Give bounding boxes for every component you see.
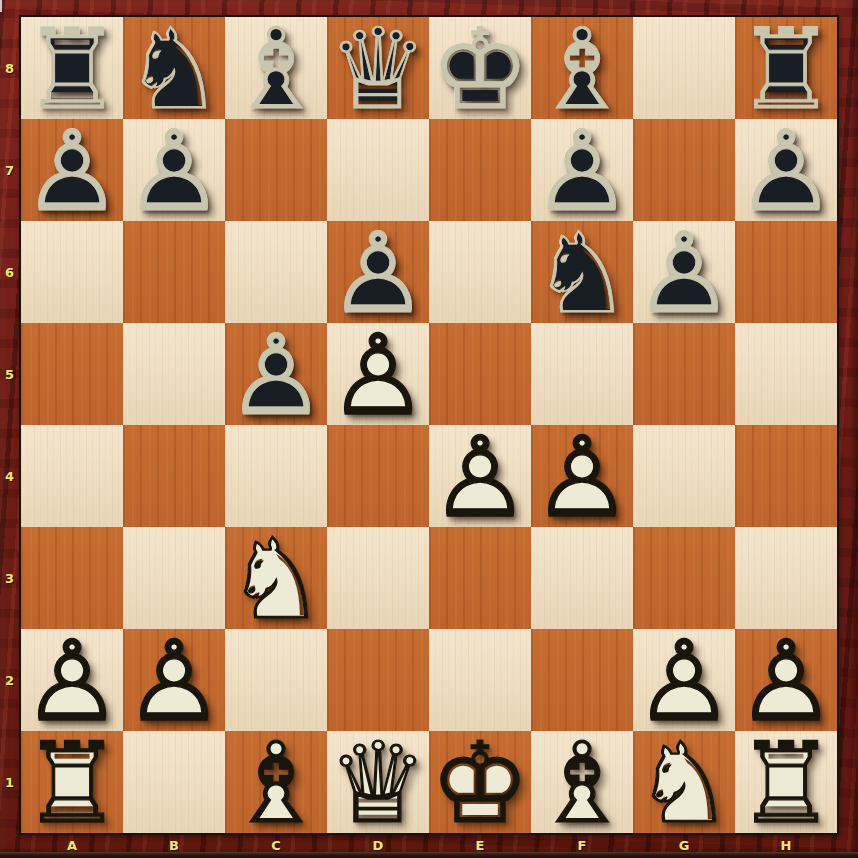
rank-label-8: 8 bbox=[5, 61, 14, 76]
piece-white-bishop[interactable]: ♝♗ bbox=[531, 731, 633, 833]
piece-outline-glyph: ♖ bbox=[21, 18, 123, 120]
piece-outline-glyph: ♘ bbox=[633, 732, 735, 834]
square-f1[interactable]: ♝♗ bbox=[531, 731, 633, 833]
square-c4[interactable] bbox=[225, 425, 327, 527]
square-c7[interactable] bbox=[225, 119, 327, 221]
file-label-f: F bbox=[578, 838, 587, 853]
piece-outline-glyph: ♙ bbox=[21, 630, 123, 732]
piece-white-pawn[interactable]: ♟♙ bbox=[429, 425, 531, 527]
square-g5[interactable] bbox=[633, 323, 735, 425]
piece-outline-glyph: ♕ bbox=[327, 732, 429, 834]
piece-black-pawn[interactable]: ♟♙ bbox=[531, 119, 633, 221]
board-grid: ♜♖♞♘♝♗♛♕♚♔♝♗♜♖♟♙♟♙♟♙♟♙♟♙♞♘♟♙♟♙♟♙♟♙♟♙♞♘♟♙… bbox=[19, 15, 839, 835]
piece-outline-glyph: ♙ bbox=[327, 222, 429, 324]
rank-label-4: 4 bbox=[5, 469, 14, 484]
square-h6[interactable] bbox=[735, 221, 837, 323]
square-b7[interactable]: ♟♙ bbox=[123, 119, 225, 221]
piece-outline-glyph: ♙ bbox=[633, 630, 735, 732]
square-g6[interactable]: ♟♙ bbox=[633, 221, 735, 323]
rank-label-slot: 7 bbox=[0, 119, 19, 221]
square-d2[interactable] bbox=[327, 629, 429, 731]
square-g2[interactable]: ♟♙ bbox=[633, 629, 735, 731]
piece-outline-glyph: ♖ bbox=[21, 732, 123, 834]
square-f3[interactable] bbox=[531, 527, 633, 629]
rank-label-6: 6 bbox=[5, 265, 14, 280]
piece-outline-glyph: ♘ bbox=[225, 528, 327, 630]
piece-white-queen[interactable]: ♛♕ bbox=[327, 731, 429, 833]
file-label-slot: G bbox=[633, 838, 735, 853]
square-h3[interactable] bbox=[735, 527, 837, 629]
square-h1[interactable]: ♜♖ bbox=[735, 731, 837, 833]
piece-black-knight[interactable]: ♞♘ bbox=[531, 221, 633, 323]
frame-bottom-strip bbox=[0, 852, 858, 858]
file-label-slot: E bbox=[429, 838, 531, 853]
piece-outline-glyph: ♖ bbox=[735, 732, 837, 834]
file-label-slot: B bbox=[123, 838, 225, 853]
file-label-slot: D bbox=[327, 838, 429, 853]
square-a8[interactable]: ♜♖ bbox=[21, 17, 123, 119]
piece-outline-glyph: ♙ bbox=[327, 324, 429, 426]
square-c8[interactable]: ♝♗ bbox=[225, 17, 327, 119]
file-label-h: H bbox=[781, 838, 792, 853]
piece-outline-glyph: ♖ bbox=[735, 18, 837, 120]
piece-white-rook[interactable]: ♜♖ bbox=[735, 731, 837, 833]
rank-label-slot: 2 bbox=[0, 629, 19, 731]
square-e1[interactable]: ♚♔ bbox=[429, 731, 531, 833]
square-h4[interactable] bbox=[735, 425, 837, 527]
piece-outline-glyph: ♙ bbox=[531, 120, 633, 222]
file-label-a: A bbox=[67, 838, 77, 853]
piece-outline-glyph: ♗ bbox=[531, 18, 633, 120]
file-label-g: G bbox=[679, 838, 690, 853]
piece-outline-glyph: ♗ bbox=[531, 732, 633, 834]
square-d8[interactable]: ♛♕ bbox=[327, 17, 429, 119]
file-label-d: D bbox=[373, 838, 384, 853]
screen-edge-artifact bbox=[0, 0, 2, 12]
square-d5[interactable]: ♟♙ bbox=[327, 323, 429, 425]
rank-label-slot: 3 bbox=[0, 527, 19, 629]
piece-white-pawn[interactable]: ♟♙ bbox=[21, 629, 123, 731]
piece-white-pawn[interactable]: ♟♙ bbox=[735, 629, 837, 731]
square-b2[interactable]: ♟♙ bbox=[123, 629, 225, 731]
piece-outline-glyph: ♙ bbox=[633, 222, 735, 324]
file-label-slot: A bbox=[21, 838, 123, 853]
square-d6[interactable]: ♟♙ bbox=[327, 221, 429, 323]
piece-black-queen[interactable]: ♛♕ bbox=[327, 17, 429, 119]
piece-black-pawn[interactable]: ♟♙ bbox=[225, 323, 327, 425]
piece-white-pawn[interactable]: ♟♙ bbox=[633, 629, 735, 731]
square-g1[interactable]: ♞♘ bbox=[633, 731, 735, 833]
piece-black-pawn[interactable]: ♟♙ bbox=[633, 221, 735, 323]
square-f4[interactable]: ♟♙ bbox=[531, 425, 633, 527]
piece-outline-glyph: ♔ bbox=[429, 732, 531, 834]
square-e4[interactable]: ♟♙ bbox=[429, 425, 531, 527]
rank-label-slot: 6 bbox=[0, 221, 19, 323]
square-g4[interactable] bbox=[633, 425, 735, 527]
square-d3[interactable] bbox=[327, 527, 429, 629]
square-e3[interactable] bbox=[429, 527, 531, 629]
piece-outline-glyph: ♙ bbox=[531, 426, 633, 528]
square-c2[interactable] bbox=[225, 629, 327, 731]
rank-label-7: 7 bbox=[5, 163, 14, 178]
rank-label-3: 3 bbox=[5, 571, 14, 586]
file-label-c: C bbox=[271, 838, 281, 853]
file-label-slot: H bbox=[735, 838, 837, 853]
square-a4[interactable] bbox=[21, 425, 123, 527]
square-e7[interactable] bbox=[429, 119, 531, 221]
square-e6[interactable] bbox=[429, 221, 531, 323]
square-h8[interactable]: ♜♖ bbox=[735, 17, 837, 119]
piece-outline-glyph: ♘ bbox=[531, 222, 633, 324]
square-c3[interactable]: ♞♘ bbox=[225, 527, 327, 629]
square-h5[interactable] bbox=[735, 323, 837, 425]
piece-black-rook[interactable]: ♜♖ bbox=[21, 17, 123, 119]
piece-black-bishop[interactable]: ♝♗ bbox=[531, 17, 633, 119]
square-b4[interactable] bbox=[123, 425, 225, 527]
piece-outline-glyph: ♗ bbox=[225, 18, 327, 120]
piece-black-knight[interactable]: ♞♘ bbox=[123, 17, 225, 119]
square-h7[interactable]: ♟♙ bbox=[735, 119, 837, 221]
piece-outline-glyph: ♘ bbox=[123, 18, 225, 120]
piece-outline-glyph: ♙ bbox=[225, 324, 327, 426]
piece-black-king[interactable]: ♚♔ bbox=[429, 17, 531, 119]
square-a6[interactable] bbox=[21, 221, 123, 323]
square-b6[interactable] bbox=[123, 221, 225, 323]
square-a7[interactable]: ♟♙ bbox=[21, 119, 123, 221]
piece-white-king[interactable]: ♚♔ bbox=[429, 731, 531, 833]
piece-black-pawn[interactable]: ♟♙ bbox=[21, 119, 123, 221]
piece-outline-glyph: ♔ bbox=[429, 18, 531, 120]
square-f8[interactable]: ♝♗ bbox=[531, 17, 633, 119]
square-b1[interactable] bbox=[123, 731, 225, 833]
square-a5[interactable] bbox=[21, 323, 123, 425]
rank-label-5: 5 bbox=[5, 367, 14, 382]
square-g8[interactable] bbox=[633, 17, 735, 119]
chess-app-window: 87654321 ♜♖♞♘♝♗♛♕♚♔♝♗♜♖♟♙♟♙♟♙♟♙♟♙♞♘♟♙♟♙♟… bbox=[0, 0, 858, 858]
rank-labels: 87654321 bbox=[0, 17, 19, 833]
square-c6[interactable] bbox=[225, 221, 327, 323]
piece-outline-glyph: ♙ bbox=[123, 630, 225, 732]
square-a2[interactable]: ♟♙ bbox=[21, 629, 123, 731]
piece-white-knight[interactable]: ♞♘ bbox=[633, 731, 735, 833]
file-label-slot: C bbox=[225, 838, 327, 853]
piece-black-pawn[interactable]: ♟♙ bbox=[735, 119, 837, 221]
piece-white-pawn[interactable]: ♟♙ bbox=[531, 425, 633, 527]
square-c1[interactable]: ♝♗ bbox=[225, 731, 327, 833]
square-e8[interactable]: ♚♔ bbox=[429, 17, 531, 119]
rank-label-slot: 4 bbox=[0, 425, 19, 527]
file-labels: ABCDEFGH bbox=[21, 838, 837, 853]
rank-label-1: 1 bbox=[5, 775, 14, 790]
square-a3[interactable] bbox=[21, 527, 123, 629]
piece-black-pawn[interactable]: ♟♙ bbox=[327, 221, 429, 323]
square-b3[interactable] bbox=[123, 527, 225, 629]
piece-outline-glyph: ♙ bbox=[735, 120, 837, 222]
square-g7[interactable] bbox=[633, 119, 735, 221]
piece-white-pawn[interactable]: ♟♙ bbox=[123, 629, 225, 731]
square-e5[interactable] bbox=[429, 323, 531, 425]
square-c5[interactable]: ♟♙ bbox=[225, 323, 327, 425]
file-label-e: E bbox=[476, 838, 485, 853]
piece-outline-glyph: ♕ bbox=[327, 18, 429, 120]
square-d1[interactable]: ♛♕ bbox=[327, 731, 429, 833]
piece-outline-glyph: ♙ bbox=[735, 630, 837, 732]
square-f2[interactable] bbox=[531, 629, 633, 731]
piece-black-pawn[interactable]: ♟♙ bbox=[123, 119, 225, 221]
rank-label-slot: 5 bbox=[0, 323, 19, 425]
square-d7[interactable] bbox=[327, 119, 429, 221]
square-f7[interactable]: ♟♙ bbox=[531, 119, 633, 221]
piece-outline-glyph: ♗ bbox=[225, 732, 327, 834]
piece-outline-glyph: ♙ bbox=[123, 120, 225, 222]
square-f6[interactable]: ♞♘ bbox=[531, 221, 633, 323]
square-b8[interactable]: ♞♘ bbox=[123, 17, 225, 119]
square-d4[interactable] bbox=[327, 425, 429, 527]
piece-outline-glyph: ♙ bbox=[21, 120, 123, 222]
square-g3[interactable] bbox=[633, 527, 735, 629]
file-label-b: B bbox=[169, 838, 179, 853]
rank-label-slot: 8 bbox=[0, 17, 19, 119]
rank-label-slot: 1 bbox=[0, 731, 19, 833]
square-b5[interactable] bbox=[123, 323, 225, 425]
piece-white-bishop[interactable]: ♝♗ bbox=[225, 731, 327, 833]
piece-black-rook[interactable]: ♜♖ bbox=[735, 17, 837, 119]
piece-outline-glyph: ♙ bbox=[429, 426, 531, 528]
piece-white-rook[interactable]: ♜♖ bbox=[21, 731, 123, 833]
piece-black-bishop[interactable]: ♝♗ bbox=[225, 17, 327, 119]
square-a1[interactable]: ♜♖ bbox=[21, 731, 123, 833]
piece-white-pawn[interactable]: ♟♙ bbox=[327, 323, 429, 425]
file-label-slot: F bbox=[531, 838, 633, 853]
square-h2[interactable]: ♟♙ bbox=[735, 629, 837, 731]
square-f5[interactable] bbox=[531, 323, 633, 425]
piece-white-knight[interactable]: ♞♘ bbox=[225, 527, 327, 629]
rank-label-2: 2 bbox=[5, 673, 14, 688]
square-e2[interactable] bbox=[429, 629, 531, 731]
